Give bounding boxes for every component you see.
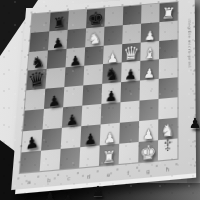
emblem-glyph: ✣ [165,146,170,150]
square-b1[interactable] [40,148,61,171]
piece-black-pawn-e4[interactable]: ♟ [101,82,121,105]
square-h3[interactable] [158,97,177,119]
captured-black-pawn[interactable]: ♟ [71,190,87,200]
square-c4[interactable] [63,86,83,108]
piece-white-rook-h8[interactable]: ♜ [159,3,179,22]
square-h6[interactable] [159,39,178,60]
square-d1[interactable] [79,145,100,168]
file-label-c: c [59,174,79,183]
square-a8[interactable] [31,13,51,33]
square-e8[interactable] [104,7,123,27]
square-f2[interactable] [119,121,139,143]
square-g3[interactable] [139,99,158,121]
captured-black-pawn[interactable]: ♟ [90,176,106,199]
square-b3[interactable] [43,107,64,129]
square-d3[interactable] [81,104,101,126]
file-label-g: g [138,167,158,176]
square-h5[interactable] [159,58,178,79]
piece-black-pawn-c6[interactable]: ♟ [66,46,85,69]
square-f1[interactable] [119,142,139,165]
piece-black-pawn-b7[interactable]: ♟ [48,29,67,52]
square-f3[interactable] [120,101,140,123]
piece-black-pawn-f5[interactable]: ♟ [121,61,141,83]
piece-white-pawn-e2[interactable]: ♟ [100,122,120,146]
square-d4[interactable] [82,84,102,106]
square-d6[interactable] [84,45,103,66]
square-b2[interactable] [41,128,62,151]
board-fine-print: illegible micro-print [187,18,192,68]
piece-black-pawn-d2[interactable]: ♟ [81,124,101,148]
piece-white-king-g1[interactable]: ♚ [138,140,159,163]
file-label-h: h [158,165,178,174]
file-label-a: a [19,178,39,188]
square-h7[interactable] [159,20,177,40]
square-f7[interactable] [122,23,141,43]
piece-white-pawn-g2[interactable]: ♟ [138,120,159,142]
file-label-f: f [118,169,138,178]
square-d5[interactable] [83,64,103,85]
piece-white-knight-d7[interactable]: ♞ [85,26,104,48]
square-c7[interactable] [67,28,87,48]
square-c8[interactable] [68,10,87,30]
piece-white-rook-e1[interactable]: ♜ [99,143,119,167]
piece-white-pawn-g5[interactable]: ♟ [139,60,159,81]
photo-canvas: abcdefgh illegible micro-print ✣ ✣ ♜♚♜♟♞… [0,0,200,200]
piece-black-pawn-b4[interactable]: ♟ [44,86,64,110]
square-c1[interactable] [59,147,80,170]
chess-board-mat: abcdefgh illegible micro-print ✣ ✣ ♜♚♜♟♞… [11,0,196,190]
square-h4[interactable] [159,77,178,98]
piece-black-pawn-a2[interactable]: ♟ [22,128,43,154]
square-e7[interactable] [104,25,123,45]
square-g8[interactable] [141,4,159,24]
piece-black-pawn-c3[interactable]: ♟ [62,105,81,129]
square-f8[interactable] [123,5,142,25]
square-e3[interactable] [101,102,121,124]
square-g4[interactable] [140,79,159,100]
square-c2[interactable] [61,126,82,149]
board-corner-emblem: ✣ ✣ [161,140,174,150]
piece-white-bishop-g6[interactable]: ♝ [140,41,160,62]
square-f4[interactable] [120,81,139,103]
piece-white-pawn-g7[interactable]: ♟ [140,22,160,42]
captured-black-pawn[interactable]: ♟ [187,108,200,131]
piece-white-knight-h2[interactable]: ♞ [157,118,178,140]
captured-black-pawn[interactable]: ♟ [42,182,58,200]
